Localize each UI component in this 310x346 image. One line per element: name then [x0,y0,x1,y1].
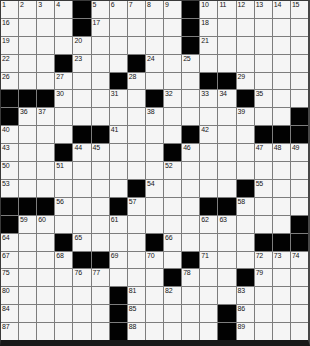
cell-r14c5[interactable]: 65 [73,234,90,251]
cell-r5c1[interactable]: 26 [1,73,18,90]
clue-number-45: 45 [93,144,100,152]
cell-r10c14[interactable] [237,162,254,179]
cell-r15c14[interactable] [237,252,254,269]
cell-r15c4[interactable]: 68 [55,252,72,269]
cell-r11c12[interactable] [200,180,217,197]
cell-r19c5[interactable] [73,323,90,340]
cell-r7c16[interactable] [273,108,290,125]
black-cell-r6c14 [237,90,254,107]
cell-r13c12[interactable]: 62 [200,216,217,233]
cell-r18c8[interactable]: 85 [128,305,145,322]
cell-r6c8[interactable] [128,90,145,107]
cell-r6c12[interactable]: 33 [200,90,217,107]
cell-r10c8[interactable] [128,162,145,179]
cell-r17c17[interactable] [291,287,308,304]
cell-r9c14[interactable] [237,144,254,161]
cell-r9c15[interactable]: 47 [255,144,272,161]
cell-r9c17[interactable]: 49 [291,144,308,161]
cell-r5c3[interactable] [37,73,54,90]
cell-r12c4[interactable]: 56 [55,198,72,215]
cell-r2c12[interactable]: 18 [200,19,217,36]
cell-r5c15[interactable] [255,73,272,90]
cell-r13c6[interactable] [92,216,109,233]
cell-r15c10[interactable] [164,252,181,269]
cell-r4c6[interactable] [92,55,109,72]
cell-r2c13[interactable] [218,19,235,36]
cell-r15c1[interactable]: 67 [1,252,18,269]
cell-r9c16[interactable]: 48 [273,144,290,161]
cell-r19c10[interactable] [164,323,181,340]
cell-r16c13[interactable] [218,269,235,286]
clue-number-16: 16 [2,19,9,27]
cell-r10c15[interactable] [255,162,272,179]
cell-r17c10[interactable]: 82 [164,287,181,304]
cell-r15c16[interactable]: 73 [273,252,290,269]
cell-r8c12[interactable]: 42 [200,126,217,143]
cell-r15c9[interactable]: 70 [146,252,163,269]
cell-r6c15[interactable]: 35 [255,90,272,107]
cell-r3c7[interactable] [110,37,127,54]
cell-r14c10[interactable]: 66 [164,234,181,251]
cell-r13c7[interactable]: 61 [110,216,127,233]
cell-r6c4[interactable]: 30 [55,90,72,107]
cell-r2c8[interactable] [128,19,145,36]
black-cell-r19c7 [110,323,127,340]
cell-r6c17[interactable] [291,90,308,107]
cell-r5c4[interactable]: 27 [55,73,72,90]
cell-r9c13[interactable] [218,144,235,161]
cell-r3c3[interactable] [37,37,54,54]
cell-r16c7[interactable] [110,269,127,286]
cell-r2c7[interactable] [110,19,127,36]
cell-r18c15[interactable] [255,305,272,322]
cell-r6c5[interactable] [73,90,90,107]
cell-r5c11[interactable] [182,73,199,90]
cell-r17c14[interactable]: 83 [237,287,254,304]
cell-r10c5[interactable] [73,162,90,179]
cell-r7c2[interactable]: 36 [19,108,36,125]
cell-r18c14[interactable]: 86 [237,305,254,322]
clue-number-17: 17 [93,19,100,27]
cell-r1c10[interactable]: 9 [164,1,181,18]
cell-r7c12[interactable] [200,108,217,125]
cell-r9c11[interactable]: 46 [182,144,199,161]
cell-r13c3[interactable]: 60 [37,216,54,233]
cell-r10c6[interactable] [92,162,109,179]
cell-r10c13[interactable] [218,162,235,179]
cell-r19c6[interactable] [92,323,109,340]
cell-r8c10[interactable] [164,126,181,143]
cell-r14c7[interactable] [110,234,127,251]
cell-r8c13[interactable] [218,126,235,143]
cell-r19c9[interactable] [146,323,163,340]
cell-r1c3[interactable]: 3 [37,1,54,18]
cell-r2c9[interactable] [146,19,163,36]
cell-r14c8[interactable] [128,234,145,251]
cell-r10c17[interactable] [291,162,308,179]
cell-r18c12[interactable] [200,305,217,322]
cell-r4c12[interactable] [200,55,217,72]
cell-r8c14[interactable] [237,126,254,143]
cell-r7c13[interactable] [218,108,235,125]
cell-r1c4[interactable]: 4 [55,1,72,18]
cell-r15c12[interactable]: 71 [200,252,217,269]
cell-r4c15[interactable] [255,55,272,72]
cell-r2c1[interactable]: 16 [1,19,18,36]
cell-r3c10[interactable] [164,37,181,54]
cell-r2c15[interactable] [255,19,272,36]
cell-r15c2[interactable] [19,252,36,269]
cell-r5c5[interactable] [73,73,90,90]
cell-r11c7[interactable] [110,180,127,197]
cell-r4c14[interactable] [237,55,254,72]
cell-r10c7[interactable] [110,162,127,179]
cell-r5c16[interactable] [273,73,290,90]
clue-number-85: 85 [129,305,136,313]
black-cell-r8c17 [291,126,308,143]
black-cell-r11c14 [237,180,254,197]
cell-r16c8[interactable] [128,269,145,286]
cell-r3c1[interactable]: 19 [1,37,18,54]
cell-r17c3[interactable] [37,287,54,304]
cell-r11c3[interactable] [37,180,54,197]
cell-r16c15[interactable]: 79 [255,269,272,286]
cell-r1c13[interactable]: 11 [218,1,235,18]
cell-r12c5[interactable] [73,198,90,215]
cell-r16c5[interactable]: 76 [73,269,90,286]
cell-r14c12[interactable] [200,234,217,251]
cell-r7c4[interactable] [55,108,72,125]
cell-r16c17[interactable] [291,269,308,286]
cell-r8c2[interactable] [19,126,36,143]
cell-r4c13[interactable] [218,55,235,72]
cell-r4c11[interactable]: 25 [182,55,199,72]
cell-r9c5[interactable]: 44 [73,144,90,161]
cell-r9c2[interactable] [19,144,36,161]
cell-r5c17[interactable] [291,73,308,90]
cell-r5c6[interactable] [92,73,109,90]
clue-number-39: 39 [238,108,245,116]
cell-r3c8[interactable] [128,37,145,54]
cell-r18c2[interactable] [19,305,36,322]
cell-r1c2[interactable]: 2 [19,1,36,18]
cell-r11c11[interactable] [182,180,199,197]
black-cell-r13c1 [1,216,18,233]
cell-r17c13[interactable] [218,287,235,304]
cell-r19c3[interactable] [37,323,54,340]
cell-r11c13[interactable] [218,180,235,197]
cell-r15c8[interactable] [128,252,145,269]
cell-r18c10[interactable] [164,305,181,322]
cell-r7c5[interactable] [73,108,90,125]
cell-r4c7[interactable] [110,55,127,72]
cell-r12c15[interactable] [255,198,272,215]
cell-r7c7[interactable] [110,108,127,125]
cell-r7c9[interactable]: 38 [146,108,163,125]
cell-r11c5[interactable] [73,180,90,197]
cell-r1c8[interactable]: 7 [128,1,145,18]
clue-number-86: 86 [238,305,245,313]
clue-number-15: 15 [292,1,299,9]
cell-r15c17[interactable]: 74 [291,252,308,269]
cell-r2c10[interactable] [164,19,181,36]
cell-r14c6[interactable] [92,234,109,251]
cell-r1c14[interactable]: 12 [237,1,254,18]
clue-number-89: 89 [238,323,245,331]
cell-r3c12[interactable]: 21 [200,37,217,54]
clue-number-47: 47 [256,144,263,152]
cell-r2c17[interactable] [291,19,308,36]
cell-r16c6[interactable]: 77 [92,269,109,286]
cell-r1c15[interactable]: 13 [255,1,272,18]
cell-r10c10[interactable]: 52 [164,162,181,179]
cell-r11c15[interactable]: 55 [255,180,272,197]
cell-r1c1[interactable]: 1 [1,1,18,18]
cell-r3c14[interactable] [237,37,254,54]
cell-r14c1[interactable]: 64 [1,234,18,251]
cell-r10c9[interactable] [146,162,163,179]
cell-r3c15[interactable] [255,37,272,54]
cell-r7c6[interactable] [92,108,109,125]
cell-r12c6[interactable] [92,198,109,215]
cell-r18c9[interactable] [146,305,163,322]
cell-r11c6[interactable] [92,180,109,197]
cell-r15c7[interactable]: 69 [110,252,127,269]
cell-r9c12[interactable] [200,144,217,161]
cell-r13c14[interactable] [237,216,254,233]
cell-r16c3[interactable] [37,269,54,286]
cell-r15c13[interactable] [218,252,235,269]
cell-r4c3[interactable] [37,55,54,72]
cell-r10c3[interactable] [37,162,54,179]
cell-r6c11[interactable] [182,90,199,107]
cell-r15c3[interactable] [37,252,54,269]
cell-r13c9[interactable] [146,216,163,233]
cell-r4c17[interactable] [291,55,308,72]
clue-number-36: 36 [20,108,27,116]
cell-r17c5[interactable] [73,287,90,304]
cell-r3c2[interactable] [19,37,36,54]
cell-r18c16[interactable] [273,305,290,322]
cell-r4c5[interactable]: 23 [73,55,90,72]
cell-r16c11[interactable]: 78 [182,269,199,286]
cell-r19c16[interactable] [273,323,290,340]
cell-r18c17[interactable] [291,305,308,322]
cell-r3c13[interactable] [218,37,235,54]
cell-r7c3[interactable]: 37 [37,108,54,125]
cell-r1c12[interactable]: 10 [200,1,217,18]
cell-r19c4[interactable] [55,323,72,340]
cell-r3c17[interactable] [291,37,308,54]
cell-r12c11[interactable] [182,198,199,215]
cell-r10c4[interactable]: 51 [55,162,72,179]
cell-r17c1[interactable]: 80 [1,287,18,304]
cell-r11c9[interactable]: 54 [146,180,163,197]
cell-r1c16[interactable]: 14 [273,1,290,18]
cell-r17c9[interactable] [146,287,163,304]
cell-r18c5[interactable] [73,305,90,322]
cell-r10c1[interactable]: 50 [1,162,18,179]
cell-r2c16[interactable] [273,19,290,36]
cell-r14c11[interactable] [182,234,199,251]
black-cell-r12c13 [218,198,235,215]
cell-r1c7[interactable]: 6 [110,1,127,18]
cell-r13c13[interactable]: 63 [218,216,235,233]
cell-r17c15[interactable] [255,287,272,304]
cell-r12c9[interactable] [146,198,163,215]
cell-r19c1[interactable]: 87 [1,323,18,340]
clue-number-52: 52 [165,162,172,170]
cell-r12c14[interactable]: 58 [237,198,254,215]
cell-r12c16[interactable] [273,198,290,215]
cell-r3c4[interactable] [55,37,72,54]
cell-r4c10[interactable] [164,55,181,72]
cell-r9c8[interactable] [128,144,145,161]
cell-r4c16[interactable] [273,55,290,72]
cell-r2c14[interactable] [237,19,254,36]
cell-r9c1[interactable]: 43 [1,144,18,161]
cell-r16c1[interactable]: 75 [1,269,18,286]
cell-r16c2[interactable] [19,269,36,286]
cell-r19c8[interactable]: 88 [128,323,145,340]
cell-r10c16[interactable] [273,162,290,179]
cell-r11c16[interactable] [273,180,290,197]
cell-r16c12[interactable] [200,269,217,286]
cell-r18c1[interactable]: 84 [1,305,18,322]
cell-r6c16[interactable] [273,90,290,107]
cell-r19c14[interactable]: 89 [237,323,254,340]
cell-r17c12[interactable] [200,287,217,304]
clue-number-23: 23 [74,55,81,63]
cell-r1c17[interactable]: 15 [291,1,308,18]
cell-r17c4[interactable] [55,287,72,304]
cell-r19c11[interactable] [182,323,199,340]
cell-r11c17[interactable] [291,180,308,197]
cell-r9c3[interactable] [37,144,54,161]
cell-r14c2[interactable] [19,234,36,251]
cell-r8c8[interactable] [128,126,145,143]
cell-r5c10[interactable] [164,73,181,90]
cell-r11c1[interactable]: 53 [1,180,18,197]
cell-r14c3[interactable] [37,234,54,251]
cell-r19c12[interactable] [200,323,217,340]
cell-r4c9[interactable]: 24 [146,55,163,72]
cell-r18c3[interactable] [37,305,54,322]
cell-r8c4[interactable] [55,126,72,143]
cell-r3c16[interactable] [273,37,290,54]
clue-number-68: 68 [56,252,63,260]
cell-r2c6[interactable]: 17 [92,19,109,36]
cell-r12c8[interactable]: 57 [128,198,145,215]
cell-r18c11[interactable] [182,305,199,322]
cell-r19c17[interactable] [291,323,308,340]
cell-r16c9[interactable] [146,269,163,286]
cell-r6c13[interactable]: 34 [218,90,235,107]
cell-r11c10[interactable] [164,180,181,197]
cell-r13c8[interactable] [128,216,145,233]
cell-r13c16[interactable] [273,216,290,233]
cell-r19c2[interactable] [19,323,36,340]
cell-r4c1[interactable]: 22 [1,55,18,72]
cell-r15c15[interactable]: 72 [255,252,272,269]
cell-r6c7[interactable]: 31 [110,90,127,107]
cell-r3c9[interactable] [146,37,163,54]
clue-number-18: 18 [201,19,208,27]
cell-r11c4[interactable] [55,180,72,197]
cell-r6c10[interactable]: 32 [164,90,181,107]
cell-r1c6[interactable]: 5 [92,1,109,18]
clue-number-87: 87 [2,323,9,331]
cell-r13c5[interactable] [73,216,90,233]
cell-r9c6[interactable]: 45 [92,144,109,161]
cell-r10c11[interactable] [182,162,199,179]
cell-r10c2[interactable] [19,162,36,179]
clue-number-53: 53 [2,180,9,188]
cell-r9c9[interactable] [146,144,163,161]
cell-r9c7[interactable] [110,144,127,161]
cell-r4c2[interactable] [19,55,36,72]
cell-r18c6[interactable] [92,305,109,322]
cell-r6c6[interactable] [92,90,109,107]
cell-r7c15[interactable] [255,108,272,125]
cell-r2c3[interactable] [37,19,54,36]
black-cell-r18c13 [218,305,235,322]
cell-r7c10[interactable] [164,108,181,125]
cell-r2c4[interactable] [55,19,72,36]
cell-r16c16[interactable] [273,269,290,286]
cell-r13c15[interactable] [255,216,272,233]
cell-r5c14[interactable]: 29 [237,73,254,90]
clue-number-84: 84 [2,305,9,313]
cell-r8c3[interactable] [37,126,54,143]
cell-r10c12[interactable] [200,162,217,179]
cell-r13c2[interactable]: 59 [19,216,36,233]
cell-r17c16[interactable] [273,287,290,304]
cell-r14c13[interactable] [218,234,235,251]
cell-r16c4[interactable] [55,269,72,286]
cell-r13c4[interactable] [55,216,72,233]
cell-r7c14[interactable]: 39 [237,108,254,125]
cell-r1c9[interactable]: 8 [146,1,163,18]
cell-r17c6[interactable] [92,287,109,304]
cell-r5c8[interactable]: 28 [128,73,145,90]
black-cell-r8c6 [92,126,109,143]
cell-r7c8[interactable] [128,108,145,125]
cell-r12c17[interactable] [291,198,308,215]
cell-r7c11[interactable] [182,108,199,125]
cell-r8c9[interactable] [146,126,163,143]
black-cell-r8c11 [182,126,199,143]
cell-r5c2[interactable] [19,73,36,90]
cell-r14c14[interactable] [237,234,254,251]
clue-number-54: 54 [147,180,154,188]
cell-r8c1[interactable]: 40 [1,126,18,143]
cell-r2c2[interactable] [19,19,36,36]
cell-r11c2[interactable] [19,180,36,197]
cell-r17c11[interactable] [182,287,199,304]
cell-r17c2[interactable] [19,287,36,304]
cell-r17c8[interactable]: 81 [128,287,145,304]
cell-r8c7[interactable]: 41 [110,126,127,143]
cell-r18c4[interactable] [55,305,72,322]
cell-r5c9[interactable] [146,73,163,90]
cell-r13c10[interactable] [164,216,181,233]
cell-r13c11[interactable] [182,216,199,233]
cell-r3c5[interactable]: 20 [73,37,90,54]
cell-r19c15[interactable] [255,323,272,340]
cell-r3c6[interactable] [92,37,109,54]
cell-r12c10[interactable] [164,198,181,215]
